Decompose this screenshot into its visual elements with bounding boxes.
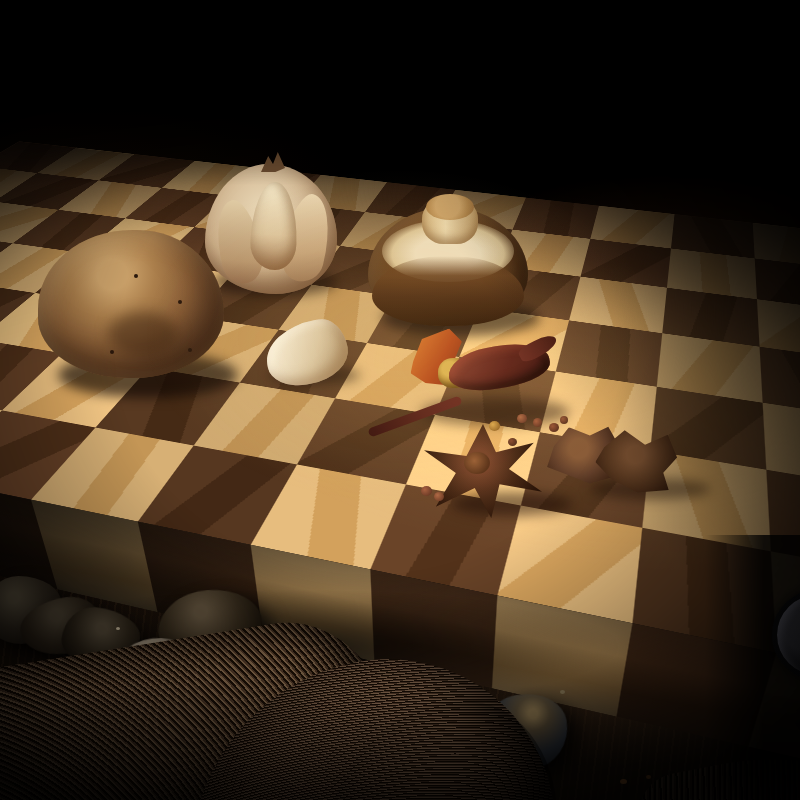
vignette-bottom [0,0,800,800]
food-photo-scene [0,0,800,800]
